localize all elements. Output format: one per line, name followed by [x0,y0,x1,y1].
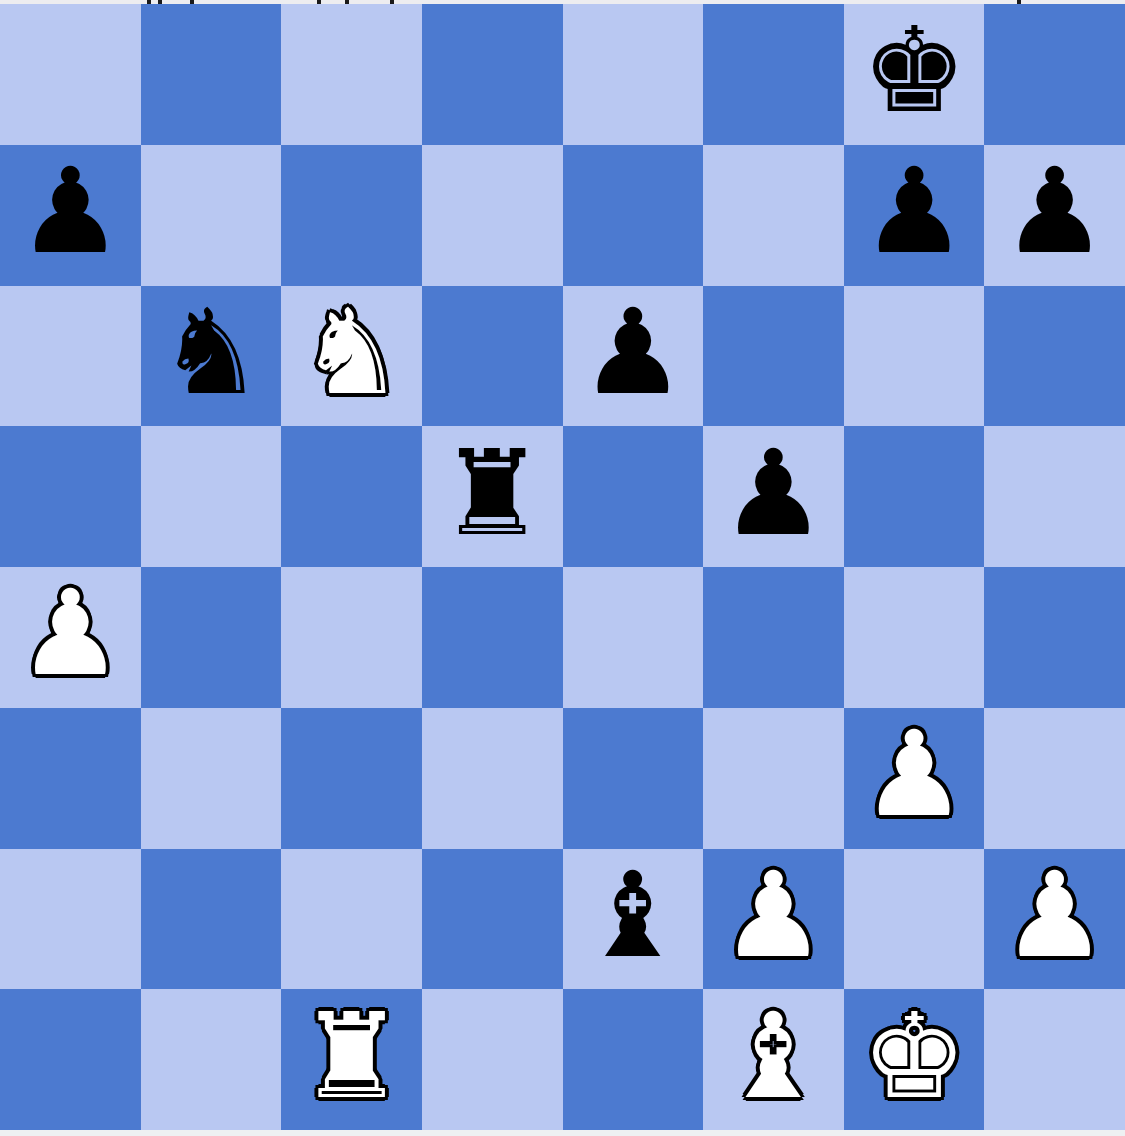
caption-text-fragment [390,0,394,4]
square-h8[interactable] [984,4,1125,145]
caption-text-fragment [345,0,349,4]
square-c7[interactable] [281,145,422,286]
piece-black-pawn[interactable]: ♟ [861,152,967,270]
square-d6[interactable] [422,286,563,427]
piece-black-king[interactable]: ♚ [861,11,967,129]
square-f2[interactable]: ♟ [703,849,844,990]
square-a5[interactable] [0,426,141,567]
piece-black-pawn[interactable]: ♟ [721,434,827,552]
square-h7[interactable]: ♟ [984,145,1125,286]
square-c6[interactable]: ♞ [281,286,422,427]
square-e3[interactable] [563,708,704,849]
piece-white-bishop[interactable]: ♝ [721,997,827,1115]
square-c1[interactable]: ♜ [281,989,422,1130]
square-e6[interactable]: ♟ [563,286,704,427]
piece-white-pawn[interactable]: ♟ [721,856,827,974]
square-d4[interactable] [422,567,563,708]
square-b5[interactable] [141,426,282,567]
square-c3[interactable] [281,708,422,849]
square-g5[interactable] [844,426,985,567]
caption-text-fragment [147,0,151,4]
piece-white-king[interactable]: ♚ [861,997,967,1115]
square-d5[interactable]: ♜ [422,426,563,567]
square-g8[interactable]: ♚ [844,4,985,145]
piece-black-rook[interactable]: ♜ [439,434,545,552]
chess-board: ♚♟♟♟♞♞♟♜♟♟♟♝♟♟♜♝♚ [0,4,1125,1130]
piece-white-pawn[interactable]: ♟ [17,574,123,692]
square-b6[interactable]: ♞ [141,286,282,427]
square-h3[interactable] [984,708,1125,849]
square-b8[interactable] [141,4,282,145]
square-b7[interactable] [141,145,282,286]
square-b2[interactable] [141,849,282,990]
square-b1[interactable] [141,989,282,1130]
square-e7[interactable] [563,145,704,286]
square-g4[interactable] [844,567,985,708]
square-h5[interactable] [984,426,1125,567]
piece-black-pawn[interactable]: ♟ [580,293,686,411]
square-g2[interactable] [844,849,985,990]
square-e8[interactable] [563,4,704,145]
square-f1[interactable]: ♝ [703,989,844,1130]
square-b3[interactable] [141,708,282,849]
square-h2[interactable]: ♟ [984,849,1125,990]
square-a2[interactable] [0,849,141,990]
square-f3[interactable] [703,708,844,849]
square-e2[interactable]: ♝ [563,849,704,990]
square-c4[interactable] [281,567,422,708]
square-a3[interactable] [0,708,141,849]
piece-black-pawn[interactable]: ♟ [1002,152,1108,270]
caption-text-fragment [317,0,321,4]
square-d7[interactable] [422,145,563,286]
piece-black-knight[interactable]: ♞ [158,293,264,411]
square-d3[interactable] [422,708,563,849]
square-g3[interactable]: ♟ [844,708,985,849]
square-d8[interactable] [422,4,563,145]
caption-text-fragment [190,0,194,4]
square-c8[interactable] [281,4,422,145]
square-g6[interactable] [844,286,985,427]
square-e1[interactable] [563,989,704,1130]
piece-white-pawn[interactable]: ♟ [861,715,967,833]
square-a7[interactable]: ♟ [0,145,141,286]
square-h6[interactable] [984,286,1125,427]
square-f6[interactable] [703,286,844,427]
piece-white-pawn[interactable]: ♟ [1002,856,1108,974]
square-a4[interactable]: ♟ [0,567,141,708]
square-h1[interactable] [984,989,1125,1130]
chess-app-page: ♚♟♟♟♞♞♟♜♟♟♟♝♟♟♜♝♚ [0,0,1125,1136]
piece-white-knight[interactable]: ♞ [299,293,405,411]
square-f5[interactable]: ♟ [703,426,844,567]
piece-black-bishop[interactable]: ♝ [580,856,686,974]
piece-black-pawn[interactable]: ♟ [17,152,123,270]
square-a1[interactable] [0,989,141,1130]
square-f4[interactable] [703,567,844,708]
square-h4[interactable] [984,567,1125,708]
square-c2[interactable] [281,849,422,990]
square-d2[interactable] [422,849,563,990]
square-e4[interactable] [563,567,704,708]
caption-text-fragment [158,0,162,4]
square-f8[interactable] [703,4,844,145]
square-f7[interactable] [703,145,844,286]
square-d1[interactable] [422,989,563,1130]
caption-text-fragment [1017,0,1021,4]
square-a8[interactable] [0,4,141,145]
square-b4[interactable] [141,567,282,708]
square-g7[interactable]: ♟ [844,145,985,286]
piece-white-rook[interactable]: ♜ [299,997,405,1115]
page-background-strip [0,1130,1125,1136]
square-a6[interactable] [0,286,141,427]
square-c5[interactable] [281,426,422,567]
square-e5[interactable] [563,426,704,567]
square-g1[interactable]: ♚ [844,989,985,1130]
